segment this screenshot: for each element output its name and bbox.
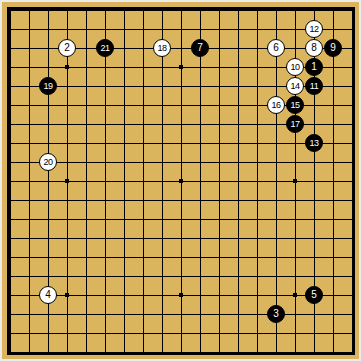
star-point — [293, 293, 297, 297]
go-diagram: 123456789101112131415161718192021 — [0, 0, 361, 361]
stone-number: 19 — [43, 82, 52, 91]
stone-number: 6 — [273, 43, 279, 53]
stone-number: 10 — [290, 63, 299, 72]
stone-number: 7 — [197, 43, 203, 53]
stone-black-11: 11 — [305, 77, 323, 95]
stone-black-3: 3 — [267, 305, 285, 323]
stone-white-20: 20 — [39, 153, 57, 171]
stone-number: 5 — [311, 290, 317, 300]
stone-number: 13 — [309, 139, 318, 148]
stone-number: 18 — [157, 44, 166, 53]
stone-number: 1 — [311, 62, 317, 72]
stone-black-19: 19 — [39, 77, 57, 95]
stone-white-14: 14 — [286, 77, 304, 95]
stone-number: 15 — [290, 101, 299, 110]
stone-number: 16 — [271, 101, 280, 110]
star-point — [179, 293, 183, 297]
stone-number: 2 — [64, 43, 70, 53]
stone-number: 9 — [330, 43, 336, 53]
stone-number: 11 — [310, 82, 319, 91]
stone-white-10: 10 — [286, 58, 304, 76]
stone-black-13: 13 — [305, 134, 323, 152]
star-point — [293, 179, 297, 183]
stone-black-17: 17 — [286, 115, 304, 133]
star-point — [179, 65, 183, 69]
star-point — [179, 179, 183, 183]
stone-black-9: 9 — [324, 39, 342, 57]
stone-number: 8 — [311, 43, 317, 53]
stone-white-6: 6 — [267, 39, 285, 57]
stone-white-2: 2 — [58, 39, 76, 57]
stone-black-1: 1 — [305, 58, 323, 76]
stone-number: 12 — [309, 25, 318, 34]
stone-number: 20 — [43, 158, 52, 167]
star-point — [65, 179, 69, 183]
stone-black-7: 7 — [191, 39, 209, 57]
stone-white-16: 16 — [267, 96, 285, 114]
stone-black-5: 5 — [305, 286, 323, 304]
stone-number: 4 — [45, 290, 51, 300]
stone-black-15: 15 — [286, 96, 304, 114]
star-point — [65, 293, 69, 297]
star-point — [65, 65, 69, 69]
stone-white-4: 4 — [39, 286, 57, 304]
stone-number: 3 — [273, 309, 279, 319]
stone-number: 21 — [100, 44, 109, 53]
stone-number: 17 — [290, 120, 299, 129]
stone-white-18: 18 — [153, 39, 171, 57]
stone-white-8: 8 — [305, 39, 323, 57]
stone-black-21: 21 — [96, 39, 114, 57]
stone-number: 14 — [290, 82, 299, 91]
stone-white-12: 12 — [305, 20, 323, 38]
